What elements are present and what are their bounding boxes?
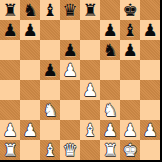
square-h6[interactable] bbox=[140, 40, 160, 60]
square-a6[interactable] bbox=[0, 40, 20, 60]
square-e4[interactable]: ♟ bbox=[80, 80, 100, 100]
square-h3[interactable] bbox=[140, 100, 160, 120]
square-b1[interactable] bbox=[20, 140, 40, 160]
square-b5[interactable] bbox=[20, 60, 40, 80]
piece-black-rook[interactable]: ♜ bbox=[2, 0, 17, 20]
piece-white-knight[interactable]: ♞ bbox=[102, 100, 117, 120]
piece-black-bishop[interactable]: ♝ bbox=[122, 20, 137, 40]
piece-black-rook[interactable]: ♜ bbox=[82, 0, 97, 20]
square-d8[interactable]: ♛ bbox=[60, 0, 80, 20]
square-b7[interactable]: ♟ bbox=[20, 20, 40, 40]
square-b8[interactable]: ♞ bbox=[20, 0, 40, 20]
square-e7[interactable] bbox=[80, 20, 100, 40]
piece-white-king[interactable]: ♚ bbox=[122, 140, 137, 160]
square-g6[interactable]: ♟ bbox=[120, 40, 140, 60]
square-c2[interactable] bbox=[40, 120, 60, 140]
piece-white-pawn[interactable]: ♟ bbox=[142, 120, 157, 140]
piece-white-pawn[interactable]: ♟ bbox=[2, 120, 17, 140]
square-f8[interactable] bbox=[100, 0, 120, 20]
square-d6[interactable]: ♟ bbox=[60, 40, 80, 60]
square-e6[interactable] bbox=[80, 40, 100, 60]
square-h7[interactable]: ♟ bbox=[140, 20, 160, 40]
square-f1[interactable]: ♜ bbox=[100, 140, 120, 160]
square-b6[interactable] bbox=[20, 40, 40, 60]
piece-black-king[interactable]: ♚ bbox=[122, 0, 137, 20]
square-d3[interactable] bbox=[60, 100, 80, 120]
piece-black-pawn[interactable]: ♟ bbox=[142, 20, 157, 40]
piece-black-pawn[interactable]: ♟ bbox=[2, 20, 17, 40]
square-c1[interactable]: ♝ bbox=[40, 140, 60, 160]
square-f6[interactable]: ♞ bbox=[100, 40, 120, 60]
square-b2[interactable]: ♟ bbox=[20, 120, 40, 140]
square-h4[interactable] bbox=[140, 80, 160, 100]
square-f5[interactable] bbox=[100, 60, 120, 80]
square-f3[interactable]: ♞ bbox=[100, 100, 120, 120]
square-d4[interactable] bbox=[60, 80, 80, 100]
square-d5[interactable]: ♟ bbox=[60, 60, 80, 80]
square-e1[interactable] bbox=[80, 140, 100, 160]
square-d7[interactable] bbox=[60, 20, 80, 40]
piece-white-bishop[interactable]: ♝ bbox=[82, 120, 97, 140]
square-c8[interactable]: ♝ bbox=[40, 0, 60, 20]
square-e3[interactable] bbox=[80, 100, 100, 120]
square-a8[interactable]: ♜ bbox=[0, 0, 20, 20]
piece-black-pawn[interactable]: ♟ bbox=[122, 40, 137, 60]
square-g2[interactable]: ♟ bbox=[120, 120, 140, 140]
piece-white-rook[interactable]: ♜ bbox=[2, 140, 17, 160]
piece-white-pawn[interactable]: ♟ bbox=[22, 120, 37, 140]
piece-white-pawn[interactable]: ♟ bbox=[102, 120, 117, 140]
piece-white-pawn[interactable]: ♟ bbox=[62, 60, 77, 80]
chess-board: ♜♞♝♛♜♚♟♟♟♝♟♟♞♟♟♟♟♞♞♟♟♝♟♟♟♜♝♛♜♚ bbox=[0, 0, 160, 160]
piece-black-pawn[interactable]: ♟ bbox=[22, 20, 37, 40]
square-a7[interactable]: ♟ bbox=[0, 20, 20, 40]
square-e8[interactable]: ♜ bbox=[80, 0, 100, 20]
square-c4[interactable] bbox=[40, 80, 60, 100]
square-h8[interactable] bbox=[140, 0, 160, 20]
square-g5[interactable] bbox=[120, 60, 140, 80]
piece-white-pawn[interactable]: ♟ bbox=[122, 120, 137, 140]
chess-board-frame: ♜♞♝♛♜♚♟♟♟♝♟♟♞♟♟♟♟♞♞♟♟♝♟♟♟♜♝♛♜♚ bbox=[0, 0, 162, 162]
piece-white-rook[interactable]: ♜ bbox=[102, 140, 117, 160]
piece-black-queen[interactable]: ♛ bbox=[62, 0, 77, 20]
piece-white-pawn[interactable]: ♟ bbox=[82, 80, 97, 100]
square-g4[interactable] bbox=[120, 80, 140, 100]
square-a4[interactable] bbox=[0, 80, 20, 100]
square-d1[interactable]: ♛ bbox=[60, 140, 80, 160]
piece-white-queen[interactable]: ♛ bbox=[62, 140, 77, 160]
piece-black-knight[interactable]: ♞ bbox=[102, 40, 117, 60]
square-e5[interactable] bbox=[80, 60, 100, 80]
square-g3[interactable] bbox=[120, 100, 140, 120]
piece-black-knight[interactable]: ♞ bbox=[22, 0, 37, 20]
square-g8[interactable]: ♚ bbox=[120, 0, 140, 20]
piece-white-knight[interactable]: ♞ bbox=[42, 100, 57, 120]
piece-white-bishop[interactable]: ♝ bbox=[42, 140, 57, 160]
square-c5[interactable]: ♟ bbox=[40, 60, 60, 80]
piece-black-pawn[interactable]: ♟ bbox=[62, 40, 77, 60]
square-f4[interactable] bbox=[100, 80, 120, 100]
square-c6[interactable] bbox=[40, 40, 60, 60]
square-c7[interactable] bbox=[40, 20, 60, 40]
piece-black-bishop[interactable]: ♝ bbox=[42, 0, 57, 20]
square-d2[interactable] bbox=[60, 120, 80, 140]
square-b3[interactable] bbox=[20, 100, 40, 120]
square-a5[interactable] bbox=[0, 60, 20, 80]
square-b4[interactable] bbox=[20, 80, 40, 100]
square-e2[interactable]: ♝ bbox=[80, 120, 100, 140]
square-g1[interactable]: ♚ bbox=[120, 140, 140, 160]
square-h5[interactable] bbox=[140, 60, 160, 80]
piece-black-pawn[interactable]: ♟ bbox=[42, 60, 57, 80]
piece-black-pawn[interactable]: ♟ bbox=[102, 20, 117, 40]
square-c3[interactable]: ♞ bbox=[40, 100, 60, 120]
square-h2[interactable]: ♟ bbox=[140, 120, 160, 140]
square-a1[interactable]: ♜ bbox=[0, 140, 20, 160]
square-f7[interactable]: ♟ bbox=[100, 20, 120, 40]
square-f2[interactable]: ♟ bbox=[100, 120, 120, 140]
square-h1[interactable] bbox=[140, 140, 160, 160]
square-g7[interactable]: ♝ bbox=[120, 20, 140, 40]
square-a2[interactable]: ♟ bbox=[0, 120, 20, 140]
square-a3[interactable] bbox=[0, 100, 20, 120]
